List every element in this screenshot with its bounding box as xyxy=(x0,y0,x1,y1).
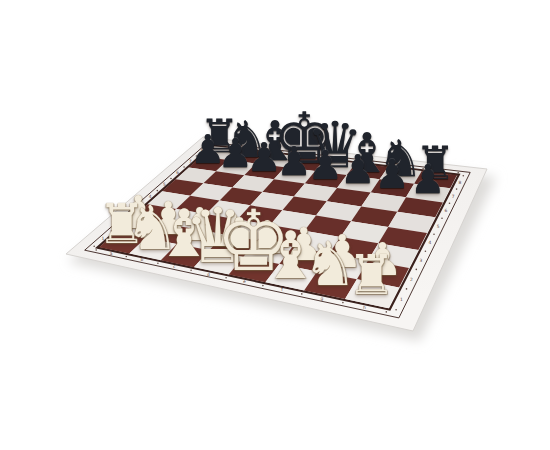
coordinate-dot xyxy=(93,245,95,247)
coordinate-label: 3 xyxy=(420,258,423,263)
coordinate-label: 4 xyxy=(428,240,431,245)
product-photo-scene: aa88bb77cc66dd55ee44ff33gg22hh11 ♜♞♝♚♛♝♞… xyxy=(0,0,550,450)
coordinate-label: 2 xyxy=(410,277,413,282)
coordinate-dot xyxy=(406,288,408,290)
coordinate-dot xyxy=(463,175,465,177)
coordinate-label: 5 xyxy=(163,182,166,187)
coordinate-dot xyxy=(449,203,451,205)
coordinate-label: 6 xyxy=(444,208,447,213)
coordinate-dot xyxy=(416,269,418,271)
piece-black-pawn-g7[interactable]: ♟ xyxy=(374,155,410,195)
coordinate-label: 5 xyxy=(437,224,440,229)
coordinate-label: 1 xyxy=(400,297,403,302)
coordinate-dot xyxy=(170,178,172,180)
coordinate-dot xyxy=(441,218,443,220)
piece-black-pawn-f7[interactable]: ♟ xyxy=(340,150,376,190)
coordinate-dot xyxy=(386,311,388,313)
piece-black-pawn-e7[interactable]: ♟ xyxy=(307,146,343,186)
coordinate-label: 6 xyxy=(176,170,179,175)
coordinate-dot xyxy=(395,309,397,311)
coordinate-label: 8 xyxy=(459,180,462,185)
piece-white-rook-h1[interactable]: ♜ xyxy=(347,248,396,303)
coordinate-dot xyxy=(425,251,427,253)
coordinate-dot xyxy=(183,166,185,168)
coordinate-dot xyxy=(456,188,458,190)
coordinate-dot xyxy=(433,233,435,235)
piece-black-pawn-h7[interactable]: ♟ xyxy=(410,160,446,200)
coordinate-label: 7 xyxy=(452,194,455,199)
coordinate-dot xyxy=(342,302,344,304)
coordinate-dot xyxy=(457,172,459,174)
